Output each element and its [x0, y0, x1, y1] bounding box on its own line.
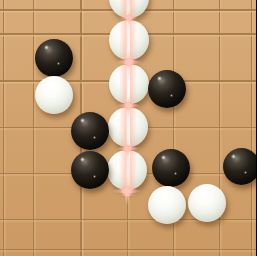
white-stone [108, 107, 148, 147]
white-stone [109, 0, 149, 18]
white-stone [148, 186, 186, 224]
black-stone [35, 39, 73, 77]
white-stone [107, 150, 147, 190]
board-grid[interactable] [0, 0, 256, 256]
black-stone [223, 148, 257, 185]
grid-line-horizontal [0, 219, 256, 221]
grid-line-horizontal [0, 249, 256, 251]
black-stone [152, 149, 190, 187]
white-stone [35, 76, 73, 114]
white-stone [188, 184, 226, 222]
black-stone [71, 112, 109, 150]
white-stone [109, 20, 149, 60]
black-stone [148, 70, 186, 108]
white-stone [109, 64, 149, 104]
gomoku-board-screenshot [0, 0, 256, 256]
black-stone [71, 151, 109, 189]
